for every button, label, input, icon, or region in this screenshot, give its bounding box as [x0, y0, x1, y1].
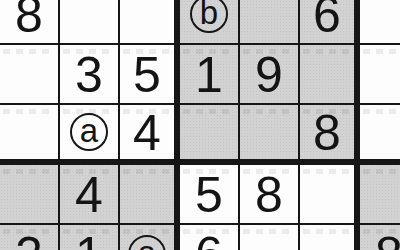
cell-r5c5[interactable] — [240, 225, 300, 250]
cell-r1c4[interactable]: b — [180, 0, 240, 45]
cell-r4c7[interactable] — [360, 165, 400, 225]
marker-letter: a — [80, 114, 98, 147]
cell-r3c3[interactable]: 4 — [120, 105, 180, 165]
cell-r1c3[interactable] — [120, 0, 180, 45]
cell-r2c5[interactable]: 9 — [240, 45, 300, 105]
marker-letter: a — [138, 236, 156, 250]
cell-r5c4[interactable]: 6 — [180, 225, 240, 250]
cell-r2c6[interactable] — [300, 45, 360, 105]
cell-r2c1[interactable] — [0, 45, 60, 105]
sudoku-crop-viewport: 8b63519a4845821a68 — [0, 0, 400, 250]
cell-r4c1[interactable] — [0, 165, 60, 225]
given-digit: 3 — [75, 50, 103, 100]
circled-marker-b: b — [190, 0, 228, 33]
given-digit: 4 — [75, 170, 103, 220]
given-digit: 6 — [195, 230, 223, 250]
given-digit: 8 — [375, 230, 400, 250]
cell-r3c1[interactable] — [0, 105, 60, 165]
cell-r2c2[interactable]: 3 — [60, 45, 120, 105]
cell-r3c2[interactable]: a — [60, 105, 120, 165]
given-digit: 1 — [75, 230, 103, 250]
cell-r1c1[interactable]: 8 — [0, 0, 60, 45]
given-digit: 2 — [15, 230, 43, 250]
cell-r2c3[interactable]: 5 — [120, 45, 180, 105]
cell-r3c5[interactable] — [240, 105, 300, 165]
circled-marker-a: a — [128, 235, 166, 250]
cell-r1c7[interactable] — [360, 0, 400, 45]
cell-r5c1[interactable]: 2 — [0, 225, 60, 250]
cell-r3c4[interactable] — [180, 105, 240, 165]
cell-r4c5[interactable]: 8 — [240, 165, 300, 225]
marker-letter: b — [200, 0, 218, 29]
cell-r2c4[interactable]: 1 — [180, 45, 240, 105]
given-digit: 9 — [255, 50, 283, 100]
circled-marker-a: a — [70, 113, 108, 151]
cell-r5c7[interactable]: 8 — [360, 225, 400, 250]
cell-r4c4[interactable]: 5 — [180, 165, 240, 225]
cell-r1c2[interactable] — [60, 0, 120, 45]
cell-r3c7[interactable] — [360, 105, 400, 165]
cell-r4c3[interactable] — [120, 165, 180, 225]
given-digit: 8 — [313, 108, 341, 158]
given-digit: 4 — [133, 108, 161, 158]
given-digit: 8 — [15, 0, 43, 40]
given-digit: 5 — [195, 170, 223, 220]
given-digit: 6 — [313, 0, 341, 40]
given-digit: 1 — [195, 50, 223, 100]
cell-r4c6[interactable] — [300, 165, 360, 225]
sudoku-board: 8b63519a4845821a68 — [0, 0, 400, 250]
given-digit: 5 — [133, 50, 161, 100]
cell-r4c2[interactable]: 4 — [60, 165, 120, 225]
given-digit: 8 — [255, 170, 283, 220]
cell-r3c6[interactable]: 8 — [300, 105, 360, 165]
cell-r2c7[interactable] — [360, 45, 400, 105]
cell-r5c6[interactable] — [300, 225, 360, 250]
cell-r5c2[interactable]: 1 — [60, 225, 120, 250]
cell-r1c5[interactable] — [240, 0, 300, 45]
cell-r1c6[interactable]: 6 — [300, 0, 360, 45]
cell-r5c3[interactable]: a — [120, 225, 180, 250]
